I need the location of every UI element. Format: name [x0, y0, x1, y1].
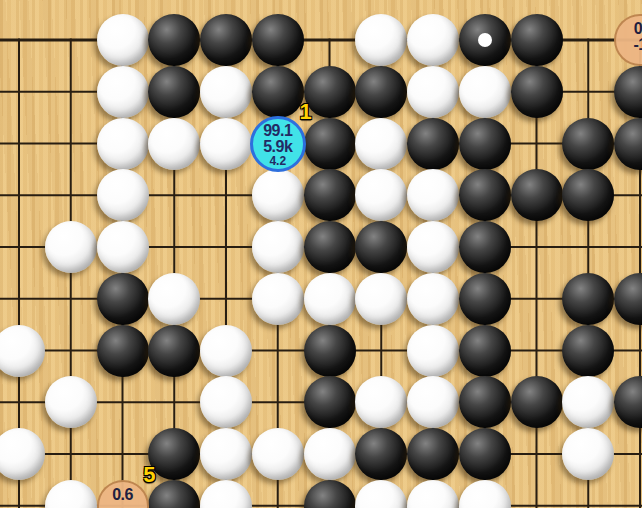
black-stone — [304, 118, 356, 170]
white-stone — [355, 169, 407, 221]
white-stone — [355, 480, 407, 508]
black-stone — [459, 273, 511, 325]
black-stone — [459, 428, 511, 480]
white-stone — [45, 221, 97, 273]
move-suggestion-alt[interactable]: 0.65 — [97, 480, 149, 508]
black-stone — [511, 66, 563, 118]
white-stone — [355, 14, 407, 66]
move-suggestion-best[interactable]: 99.15.9k4.21 — [250, 116, 306, 172]
white-stone — [200, 428, 252, 480]
white-stone — [407, 14, 459, 66]
black-stone — [148, 480, 200, 508]
black-stone — [459, 169, 511, 221]
black-stone — [148, 66, 200, 118]
white-stone — [252, 221, 304, 273]
black-stone — [97, 325, 149, 377]
black-stone — [304, 325, 356, 377]
white-stone — [200, 66, 252, 118]
black-stone — [459, 118, 511, 170]
black-stone — [304, 376, 356, 428]
black-stone — [562, 273, 614, 325]
black-stone — [614, 118, 642, 170]
black-stone — [459, 14, 511, 66]
white-stone — [148, 118, 200, 170]
white-stone — [97, 221, 149, 273]
black-stone — [511, 14, 563, 66]
black-stone — [252, 66, 304, 118]
white-stone — [562, 376, 614, 428]
black-stone — [459, 325, 511, 377]
black-stone — [252, 14, 304, 66]
white-stone — [45, 480, 97, 508]
white-stone — [562, 428, 614, 480]
black-stone — [407, 428, 459, 480]
white-stone — [200, 376, 252, 428]
white-stone — [252, 428, 304, 480]
black-stone — [148, 325, 200, 377]
black-stone — [355, 66, 407, 118]
white-stone — [407, 480, 459, 508]
white-stone — [355, 376, 407, 428]
white-stone — [304, 273, 356, 325]
black-stone — [614, 376, 642, 428]
black-stone — [562, 118, 614, 170]
white-stone — [407, 169, 459, 221]
suggestion-rank-number: 5 — [143, 464, 155, 486]
suggestion-stat: 5.9k — [263, 139, 292, 155]
black-stone — [614, 273, 642, 325]
white-stone — [304, 428, 356, 480]
black-stone — [148, 428, 200, 480]
go-board[interactable]: 99.15.9k4.210.650.-1 — [0, 0, 642, 508]
suggestion-stat: -1 — [633, 37, 642, 53]
black-stone — [304, 169, 356, 221]
white-stone — [97, 169, 149, 221]
white-stone — [0, 325, 45, 377]
suggestion-stat: 0. — [634, 21, 642, 37]
white-stone — [200, 480, 252, 508]
white-stone — [459, 480, 511, 508]
black-stone — [459, 221, 511, 273]
suggestion-stat: 99.1 — [263, 123, 292, 139]
black-stone — [355, 428, 407, 480]
black-stone — [614, 66, 642, 118]
black-stone — [459, 376, 511, 428]
white-stone — [407, 273, 459, 325]
black-stone — [562, 325, 614, 377]
black-stone — [407, 118, 459, 170]
white-stone — [97, 14, 149, 66]
white-stone — [407, 66, 459, 118]
white-stone — [459, 66, 511, 118]
white-stone — [97, 118, 149, 170]
suggestion-stat-small: 4.2 — [269, 155, 286, 168]
white-stone — [355, 118, 407, 170]
suggestion-stat: 0.6 — [112, 487, 133, 503]
suggestion-rank-number: 1 — [300, 101, 312, 123]
black-stone — [355, 221, 407, 273]
black-stone — [200, 14, 252, 66]
black-stone — [97, 273, 149, 325]
move-suggestion-alt[interactable]: 0.-1 — [614, 14, 642, 66]
last-move-marker — [478, 33, 492, 47]
white-stone — [407, 221, 459, 273]
black-stone — [304, 221, 356, 273]
black-stone — [511, 169, 563, 221]
black-stone — [511, 376, 563, 428]
white-stone — [407, 325, 459, 377]
white-stone — [0, 428, 45, 480]
black-stone — [304, 480, 356, 508]
white-stone — [45, 376, 97, 428]
white-stone — [407, 376, 459, 428]
white-stone — [148, 273, 200, 325]
black-stone — [148, 14, 200, 66]
white-stone — [355, 273, 407, 325]
white-stone — [200, 118, 252, 170]
white-stone — [200, 325, 252, 377]
white-stone — [97, 66, 149, 118]
white-stone — [252, 273, 304, 325]
white-stone — [252, 169, 304, 221]
black-stone — [562, 169, 614, 221]
